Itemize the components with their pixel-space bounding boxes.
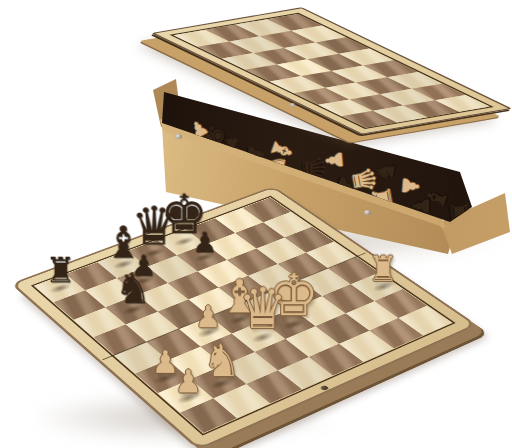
square-g1 <box>369 318 423 349</box>
square-a6 <box>73 307 125 337</box>
square-h1 <box>398 306 451 336</box>
jumbled-light-pawn-icon: ♟ <box>398 175 422 197</box>
square-b5 <box>126 312 179 342</box>
square-d2 <box>254 339 308 371</box>
jumbled-light-pawn-icon: ♟ <box>323 149 347 171</box>
square-f2 <box>315 313 369 343</box>
magnet-snap-icon <box>175 134 182 139</box>
knight-icon: ♞ <box>115 268 151 310</box>
lid-magnet-dot-icon <box>290 103 295 107</box>
board-magnet-snap-icon <box>320 385 330 391</box>
square-a1 <box>180 398 237 433</box>
square-d1 <box>278 357 333 390</box>
chess-set-photo: ♚♟♞♟♝♞♛♟♟♟♛♜♞♟♟♝♜ ♜♝♛♚♟♟♞♟♝♛♚♜♟♟♞ <box>0 0 512 448</box>
square-e1 <box>309 344 364 376</box>
knight-icon: ♞ <box>203 339 241 383</box>
square-g2 <box>345 301 398 331</box>
square-a5 <box>94 324 147 355</box>
square-c1 <box>246 370 302 403</box>
pawn-icon: ♟ <box>175 366 203 398</box>
jumbled-dark-knight-icon: ♞ <box>372 158 399 183</box>
square-e2 <box>285 326 339 357</box>
magnet-snap-icon <box>364 210 371 215</box>
square-f1 <box>339 331 393 362</box>
pawn-icon: ♟ <box>195 302 221 332</box>
square-b1 <box>213 384 269 418</box>
queen-icon: ♛ <box>238 281 287 338</box>
